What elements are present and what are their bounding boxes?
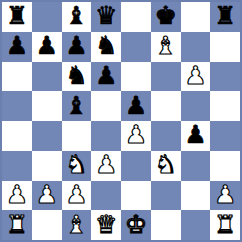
- square-a7[interactable]: ♟: [2, 32, 32, 62]
- square-d1[interactable]: ♛: [91, 210, 121, 240]
- square-b7[interactable]: ♟: [32, 32, 62, 62]
- piece-black-rook[interactable]: ♜: [6, 3, 28, 28]
- square-g8[interactable]: [181, 2, 211, 32]
- square-h1[interactable]: ♜: [210, 210, 240, 240]
- piece-black-knight[interactable]: ♞: [65, 63, 87, 88]
- square-h5[interactable]: [210, 91, 240, 121]
- square-d6[interactable]: ♟: [91, 62, 121, 92]
- square-c3[interactable]: ♞: [62, 151, 92, 181]
- square-a2[interactable]: ♟: [2, 181, 32, 211]
- square-b6[interactable]: [32, 62, 62, 92]
- square-d5[interactable]: [91, 91, 121, 121]
- square-g7[interactable]: [181, 32, 211, 62]
- piece-white-pawn[interactable]: ♟: [35, 182, 57, 207]
- square-b4[interactable]: [32, 121, 62, 151]
- square-d8[interactable]: ♛: [91, 2, 121, 32]
- piece-black-bishop[interactable]: ♝: [65, 3, 87, 28]
- square-a6[interactable]: [2, 62, 32, 92]
- square-h4[interactable]: [210, 121, 240, 151]
- square-a3[interactable]: [2, 151, 32, 181]
- square-e1[interactable]: ♚: [121, 210, 151, 240]
- piece-black-pawn[interactable]: ♟: [6, 33, 28, 58]
- square-c2[interactable]: ♟: [62, 181, 92, 211]
- piece-black-bishop[interactable]: ♝: [65, 93, 87, 118]
- square-e8[interactable]: [121, 2, 151, 32]
- piece-white-pawn[interactable]: ♟: [65, 182, 87, 207]
- piece-black-pawn[interactable]: ♟: [95, 63, 117, 88]
- piece-black-pawn[interactable]: ♟: [125, 93, 147, 118]
- square-b8[interactable]: [32, 2, 62, 32]
- square-f2[interactable]: [151, 181, 181, 211]
- square-d2[interactable]: [91, 181, 121, 211]
- piece-white-queen[interactable]: ♛: [95, 212, 117, 237]
- square-e7[interactable]: [121, 32, 151, 62]
- square-f7[interactable]: ♝: [151, 32, 181, 62]
- piece-white-pawn[interactable]: ♟: [125, 122, 147, 147]
- square-c7[interactable]: ♟: [62, 32, 92, 62]
- square-c4[interactable]: [62, 121, 92, 151]
- square-e4[interactable]: ♟: [121, 121, 151, 151]
- piece-white-rook[interactable]: ♜: [214, 212, 236, 237]
- piece-white-rook[interactable]: ♜: [6, 212, 28, 237]
- piece-black-king[interactable]: ♚: [154, 3, 176, 28]
- piece-white-pawn[interactable]: ♟: [214, 182, 236, 207]
- square-a1[interactable]: ♜: [2, 210, 32, 240]
- square-e3[interactable]: [121, 151, 151, 181]
- square-c6[interactable]: ♞: [62, 62, 92, 92]
- square-c8[interactable]: ♝: [62, 2, 92, 32]
- chess-board: ♜♝♛♚♜♟♟♟♞♝♞♟♟♝♟♟♟♞♟♞♟♟♟♟♜♝♛♚♜: [0, 0, 242, 242]
- square-h2[interactable]: ♟: [210, 181, 240, 211]
- piece-white-knight[interactable]: ♞: [154, 152, 176, 177]
- piece-black-rook[interactable]: ♜: [214, 3, 236, 28]
- square-f6[interactable]: [151, 62, 181, 92]
- square-g4[interactable]: ♟: [181, 121, 211, 151]
- square-g1[interactable]: [181, 210, 211, 240]
- square-e2[interactable]: [121, 181, 151, 211]
- piece-white-pawn[interactable]: ♟: [184, 63, 206, 88]
- piece-white-pawn[interactable]: ♟: [6, 182, 28, 207]
- piece-black-pawn[interactable]: ♟: [35, 33, 57, 58]
- piece-black-pawn[interactable]: ♟: [65, 33, 87, 58]
- square-d4[interactable]: [91, 121, 121, 151]
- square-f5[interactable]: [151, 91, 181, 121]
- square-c5[interactable]: ♝: [62, 91, 92, 121]
- square-b5[interactable]: [32, 91, 62, 121]
- square-g2[interactable]: [181, 181, 211, 211]
- square-f3[interactable]: ♞: [151, 151, 181, 181]
- piece-black-knight[interactable]: ♞: [95, 33, 117, 58]
- square-c1[interactable]: ♝: [62, 210, 92, 240]
- chess-board-wrap: ♜♝♛♚♜♟♟♟♞♝♞♟♟♝♟♟♟♞♟♞♟♟♟♟♜♝♛♚♜: [0, 0, 242, 242]
- square-h7[interactable]: [210, 32, 240, 62]
- square-a5[interactable]: [2, 91, 32, 121]
- square-b1[interactable]: [32, 210, 62, 240]
- square-g6[interactable]: ♟: [181, 62, 211, 92]
- piece-black-pawn[interactable]: ♟: [184, 122, 206, 147]
- square-b2[interactable]: ♟: [32, 181, 62, 211]
- square-d7[interactable]: ♞: [91, 32, 121, 62]
- square-f4[interactable]: [151, 121, 181, 151]
- square-h3[interactable]: [210, 151, 240, 181]
- piece-black-queen[interactable]: ♛: [95, 3, 117, 28]
- square-b3[interactable]: [32, 151, 62, 181]
- piece-white-bishop[interactable]: ♝: [154, 33, 176, 58]
- piece-white-king[interactable]: ♚: [125, 212, 147, 237]
- piece-white-knight[interactable]: ♞: [65, 152, 87, 177]
- square-d3[interactable]: ♟: [91, 151, 121, 181]
- square-h8[interactable]: ♜: [210, 2, 240, 32]
- piece-white-pawn[interactable]: ♟: [95, 152, 117, 177]
- piece-white-bishop[interactable]: ♝: [65, 212, 87, 237]
- square-f1[interactable]: [151, 210, 181, 240]
- square-e5[interactable]: ♟: [121, 91, 151, 121]
- square-g5[interactable]: [181, 91, 211, 121]
- square-a4[interactable]: [2, 121, 32, 151]
- square-e6[interactable]: [121, 62, 151, 92]
- square-a8[interactable]: ♜: [2, 2, 32, 32]
- square-f8[interactable]: ♚: [151, 2, 181, 32]
- square-g3[interactable]: [181, 151, 211, 181]
- square-h6[interactable]: [210, 62, 240, 92]
